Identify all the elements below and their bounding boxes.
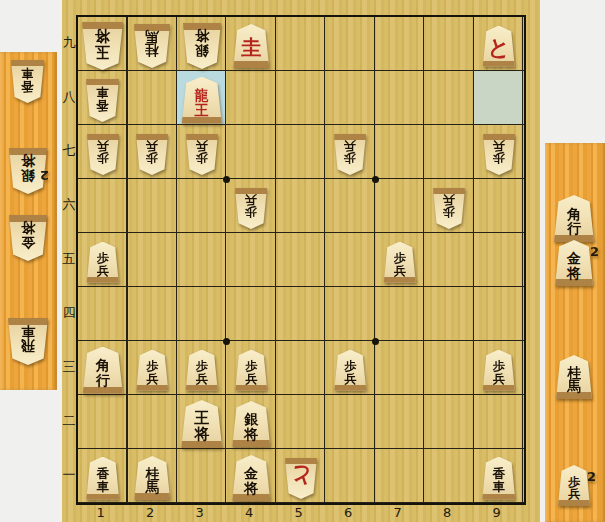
star-point xyxy=(372,338,379,345)
shogi-piece-promoted-knight[interactable]: 圭 xyxy=(233,24,269,68)
file-label: 8 xyxy=(437,505,457,520)
piece-kanji: 龍王 xyxy=(195,83,209,117)
shogi-piece-pawn[interactable]: 歩兵 xyxy=(334,134,366,175)
file-label: 5 xyxy=(289,505,309,520)
piece-kanji: 歩兵 xyxy=(344,355,356,384)
shogi-piece-lance[interactable]: 香車 xyxy=(86,79,119,122)
shogi-piece-dragon[interactable]: 龍王 xyxy=(182,77,222,124)
shogi-piece-pawn[interactable]: 歩兵 xyxy=(235,350,267,391)
rank-label: 三 xyxy=(62,358,76,376)
piece-kanji: 歩兵 xyxy=(196,139,208,168)
hand-piece-gold[interactable]: 金将 xyxy=(9,215,47,261)
piece-kanji: 圭 xyxy=(241,34,261,57)
shogi-piece-pawn[interactable]: 歩兵 xyxy=(483,134,515,175)
shogi-piece-lance[interactable]: 香車 xyxy=(482,457,515,500)
file-label: 7 xyxy=(388,505,408,520)
hand-tray-bottom-player: 角行金将2桂馬歩兵2 xyxy=(545,143,605,522)
piece-kanji: 銀将 xyxy=(195,29,209,63)
hand-piece-silver[interactable]: 銀将2 xyxy=(9,148,47,194)
piece-kanji: 歩兵 xyxy=(196,355,208,384)
shogi-app: 香車銀将2金将飛車 玉将桂馬銀将圭と香車龍王歩兵歩兵歩兵歩兵歩兵歩兵歩兵歩兵歩兵… xyxy=(0,0,605,522)
file-label: 1 xyxy=(91,505,111,520)
piece-kanji: 歩兵 xyxy=(245,193,257,222)
piece-kanji: と xyxy=(290,465,313,490)
piece-kanji: 歩兵 xyxy=(493,139,505,168)
piece-kanji: 歩兵 xyxy=(493,355,505,384)
piece-kanji: 銀将 xyxy=(21,154,35,188)
shogi-piece-silver[interactable]: 銀将 xyxy=(232,401,270,447)
piece-kanji: 金将 xyxy=(21,221,35,255)
piece-kanji: 金将 xyxy=(244,461,258,495)
shogi-piece-tokin[interactable]: と xyxy=(285,458,317,499)
file-label: 2 xyxy=(140,505,160,520)
hand-piece-knight[interactable]: 桂馬 xyxy=(556,355,592,399)
piece-kanji: 歩兵 xyxy=(568,471,580,500)
file-label: 4 xyxy=(239,505,259,520)
shogi-piece-pawn[interactable]: 歩兵 xyxy=(186,134,218,175)
board-panel: 玉将桂馬銀将圭と香車龍王歩兵歩兵歩兵歩兵歩兵歩兵歩兵歩兵歩兵角行歩兵歩兵歩兵歩兵… xyxy=(62,0,540,522)
piece-kanji: 歩兵 xyxy=(146,355,158,384)
rank-label: 五 xyxy=(62,250,76,268)
shogi-piece-pawn[interactable]: 歩兵 xyxy=(136,350,168,391)
file-label: 3 xyxy=(190,505,210,520)
piece-kanji: 歩兵 xyxy=(245,355,257,384)
piece-kanji: と xyxy=(487,33,510,58)
piece-kanji: 金将 xyxy=(567,246,581,280)
shogi-board[interactable]: 玉将桂馬銀将圭と香車龍王歩兵歩兵歩兵歩兵歩兵歩兵歩兵歩兵歩兵角行歩兵歩兵歩兵歩兵… xyxy=(76,15,526,505)
shogi-piece-pawn[interactable]: 歩兵 xyxy=(483,350,515,391)
rank-label: 九 xyxy=(62,34,76,52)
star-point xyxy=(223,176,230,183)
piece-kanji: 歩兵 xyxy=(344,139,356,168)
file-label: 6 xyxy=(338,505,358,520)
piece-kanji: 香車 xyxy=(97,463,110,494)
hand-tray-top-player: 香車銀将2金将飛車 xyxy=(0,52,57,390)
piece-count-badge: 2 xyxy=(40,169,49,182)
hand-piece-gold[interactable]: 金将2 xyxy=(555,240,593,286)
piece-kanji: 角行 xyxy=(567,202,581,236)
rank-label: 七 xyxy=(62,142,76,160)
shogi-piece-gold[interactable]: 金将 xyxy=(232,455,270,501)
piece-kanji: 香車 xyxy=(21,66,34,97)
piece-kanji: 歩兵 xyxy=(394,247,406,276)
shogi-piece-lance[interactable]: 香車 xyxy=(86,457,119,500)
piece-kanji: 桂馬 xyxy=(146,462,160,495)
rank-label: 八 xyxy=(62,88,76,106)
hand-piece-pawn[interactable]: 歩兵2 xyxy=(558,465,590,506)
hand-piece-rook[interactable]: 飛車 xyxy=(8,318,48,365)
shogi-piece-silver[interactable]: 銀将 xyxy=(183,23,221,69)
piece-count-badge: 2 xyxy=(587,470,596,483)
star-point xyxy=(372,176,379,183)
piece-kanji: 王将 xyxy=(194,406,209,442)
shogi-piece-pawn[interactable]: 歩兵 xyxy=(186,350,218,391)
shogi-piece-pawn[interactable]: 歩兵 xyxy=(334,350,366,391)
piece-kanji: 銀将 xyxy=(244,407,258,441)
shogi-piece-pawn[interactable]: 歩兵 xyxy=(136,134,168,175)
piece-kanji: 歩兵 xyxy=(97,247,109,276)
rank-label: 二 xyxy=(62,412,76,430)
piece-count-badge: 2 xyxy=(590,245,599,258)
piece-kanji: 歩兵 xyxy=(97,139,109,168)
piece-kanji: 桂馬 xyxy=(567,361,581,394)
shogi-piece-pawn[interactable]: 歩兵 xyxy=(384,242,416,283)
shogi-piece-pawn[interactable]: 歩兵 xyxy=(235,188,267,229)
rank-label: 六 xyxy=(62,196,76,214)
piece-kanji: 角行 xyxy=(96,353,110,387)
rank-label: 一 xyxy=(62,466,76,484)
piece-kanji: 香車 xyxy=(493,463,506,494)
shogi-piece-pawn[interactable]: 歩兵 xyxy=(87,242,119,283)
piece-kanji: 香車 xyxy=(97,85,110,116)
shogi-piece-bishop[interactable]: 角行 xyxy=(83,347,123,394)
shogi-piece-knight[interactable]: 桂馬 xyxy=(134,456,170,500)
hand-piece-lance[interactable]: 香車 xyxy=(11,60,44,103)
last-move-from-highlight xyxy=(474,71,522,124)
shogi-piece-knight[interactable]: 桂馬 xyxy=(134,24,170,68)
piece-kanji: 飛車 xyxy=(21,325,35,359)
piece-kanji: 歩兵 xyxy=(146,139,158,168)
hand-piece-bishop[interactable]: 角行 xyxy=(554,195,594,242)
shogi-piece-king[interactable]: 玉将 xyxy=(82,22,123,70)
shogi-piece-tokin[interactable]: と xyxy=(483,26,515,67)
piece-kanji: 玉将 xyxy=(95,28,110,64)
file-label: 9 xyxy=(487,505,507,520)
shogi-piece-pawn[interactable]: 歩兵 xyxy=(433,188,465,229)
rank-label: 四 xyxy=(62,304,76,322)
piece-kanji: 桂馬 xyxy=(146,30,160,63)
piece-kanji: 歩兵 xyxy=(443,193,455,222)
shogi-piece-king[interactable]: 王将 xyxy=(181,400,222,448)
shogi-piece-pawn[interactable]: 歩兵 xyxy=(87,134,119,175)
star-point xyxy=(223,338,230,345)
